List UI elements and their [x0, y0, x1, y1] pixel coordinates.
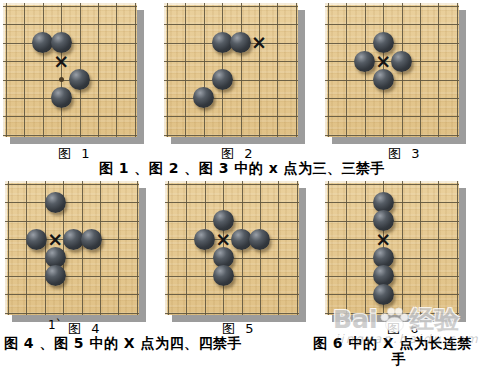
forbidden-point-x-marker: × [47, 230, 63, 249]
row2-right-line1: 图 6 中的 X 点为长连禁 [313, 335, 472, 351]
forbidden-point-x-marker: × [251, 33, 267, 52]
page: × × × × × × 图 1 图 2 图 3 1` 图 4 图 5 图 6 图… [0, 0, 484, 374]
row2-right-explanation: 图 6 中的 X 点为长连禁 手 [313, 335, 484, 367]
board-3-intersections: × [319, 0, 466, 144]
black-stone [212, 69, 233, 90]
row2-right-line2: 手 [313, 351, 484, 367]
black-stone [81, 229, 102, 250]
board-figure-2: × [164, 3, 298, 137]
black-stone [354, 51, 375, 72]
row2-left-explanation: 图 4 、图 5 中的 X 点为四、四禁手 [4, 335, 242, 353]
forbidden-point-x-marker: × [375, 52, 391, 71]
black-stone [230, 32, 251, 53]
board-figure-6: × [325, 181, 459, 315]
black-stone [69, 69, 90, 90]
stray-mark: 1` [48, 318, 62, 332]
black-stone [193, 87, 214, 108]
board-figure-1: × [3, 3, 137, 137]
black-stone [194, 229, 215, 250]
black-stone [45, 265, 66, 286]
black-stone [26, 229, 47, 250]
row1-explanation: 图 1 、图 2 、图 3 中的 x 点为三、三禁手 [0, 160, 484, 178]
board-figure-3: × [325, 3, 459, 137]
forbidden-point-x-marker: × [375, 230, 391, 249]
star-point [59, 77, 64, 82]
black-stone [249, 229, 270, 250]
black-stone [391, 51, 412, 72]
board-4-intersections: × [0, 175, 138, 322]
black-stone [373, 284, 394, 305]
black-stone [45, 192, 66, 213]
black-stone [373, 69, 394, 90]
board-figure-5: × [165, 181, 299, 315]
board-1-intersections: × [0, 0, 144, 144]
black-stone [213, 265, 234, 286]
board-2-intersections: × [158, 0, 305, 144]
black-stone [51, 87, 72, 108]
board-5-intersections: × [159, 175, 306, 322]
board-6-intersections: × [319, 175, 466, 322]
board-figure-4: × [5, 181, 139, 315]
forbidden-point-x-marker: × [53, 52, 69, 71]
forbidden-point-x-marker: × [215, 230, 231, 249]
